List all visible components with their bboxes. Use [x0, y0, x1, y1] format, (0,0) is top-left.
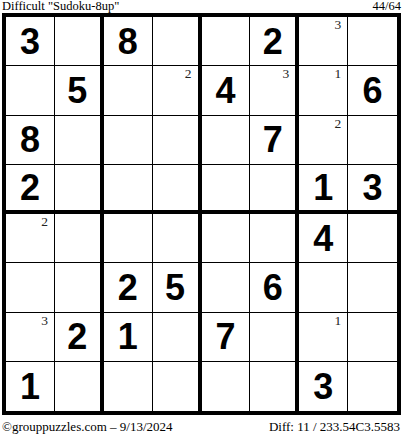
cell-r3c2[interactable] [55, 116, 104, 165]
given-digit: 3 [6, 17, 54, 65]
cell-r8c3[interactable] [104, 362, 153, 411]
given-digit: 6 [348, 66, 397, 114]
cell-r2c6[interactable]: 3 [250, 66, 299, 115]
cell-r4c6[interactable] [250, 165, 299, 214]
cell-r3c4[interactable] [153, 116, 202, 165]
given-digit: 2 [55, 313, 100, 361]
cell-r8c1[interactable]: 1 [6, 362, 55, 411]
puzzle-title: Difficult "Sudoku-8up" [2, 0, 119, 12]
cell-r3c5[interactable] [202, 116, 251, 165]
given-digit: 4 [299, 214, 347, 262]
pencil-mark: 3 [334, 18, 341, 32]
cell-r1c3[interactable]: 8 [104, 17, 153, 66]
given-digit: 2 [250, 17, 295, 65]
cell-r6c3[interactable]: 2 [104, 263, 153, 312]
given-digit: 6 [250, 263, 295, 311]
given-digit: 8 [104, 17, 152, 65]
cell-r3c7[interactable]: 2 [299, 116, 348, 165]
cell-r6c4[interactable]: 5 [153, 263, 202, 312]
cell-r8c5[interactable] [202, 362, 251, 411]
cell-r2c2[interactable]: 5 [55, 66, 104, 115]
cell-r3c1[interactable]: 8 [6, 116, 55, 165]
cell-r5c1[interactable]: 2 [6, 214, 55, 263]
cell-r7c5[interactable]: 7 [202, 313, 251, 362]
cell-r4c4[interactable] [153, 165, 202, 214]
cell-r2c5[interactable]: 4 [202, 66, 251, 115]
cell-r8c4[interactable] [153, 362, 202, 411]
pencil-mark: 3 [41, 314, 48, 328]
cell-r7c2[interactable]: 2 [55, 313, 104, 362]
given-digit: 2 [6, 165, 54, 210]
cell-r6c7[interactable] [299, 263, 348, 312]
given-digit: 3 [348, 165, 397, 210]
given-digit: 1 [104, 313, 152, 361]
given-digit: 4 [202, 66, 250, 114]
given-digit: 1 [6, 362, 54, 411]
cell-r6c8[interactable] [348, 263, 397, 312]
cell-r4c7[interactable]: 1 [299, 165, 348, 214]
cell-r2c4[interactable]: 2 [153, 66, 202, 115]
cell-r8c2[interactable] [55, 362, 104, 411]
cell-r7c7[interactable]: 1 [299, 313, 348, 362]
given-digit: 3 [299, 362, 347, 411]
cell-r1c6[interactable]: 2 [250, 17, 299, 66]
page-counter: 44/64 [373, 0, 401, 12]
cell-r3c8[interactable] [348, 116, 397, 165]
cell-r4c3[interactable] [104, 165, 153, 214]
cell-r7c4[interactable] [153, 313, 202, 362]
given-digit: 1 [299, 165, 347, 210]
cell-r6c2[interactable] [55, 263, 104, 312]
page-footer: ©grouppuzzles.com – 9/13/2024 Diff: 11 /… [0, 415, 403, 437]
cell-r4c5[interactable] [202, 165, 251, 214]
cell-r2c3[interactable] [104, 66, 153, 115]
pencil-mark: 1 [334, 314, 341, 328]
sudoku-board: 3823524316872213242563217113 [2, 13, 401, 415]
cell-r7c3[interactable]: 1 [104, 313, 153, 362]
cell-r7c8[interactable] [348, 313, 397, 362]
cell-r6c1[interactable] [6, 263, 55, 312]
page-header: Difficult "Sudoku-8up" 44/64 [0, 0, 403, 13]
cell-r5c6[interactable] [250, 214, 299, 263]
pencil-mark: 2 [185, 67, 192, 81]
cell-r6c5[interactable] [202, 263, 251, 312]
copyright-credit: ©grouppuzzles.com – 9/13/2024 [2, 420, 173, 434]
given-digit: 7 [202, 313, 250, 361]
cell-r7c6[interactable] [250, 313, 299, 362]
pencil-mark: 3 [283, 67, 290, 81]
cell-r5c2[interactable] [55, 214, 104, 263]
cell-r7c1[interactable]: 3 [6, 313, 55, 362]
cell-r1c7[interactable]: 3 [299, 17, 348, 66]
cell-r1c8[interactable] [348, 17, 397, 66]
cell-r1c2[interactable] [55, 17, 104, 66]
pencil-mark: 2 [334, 117, 341, 131]
difficulty-rating: Diff: 11 / 233.54C3.5583 [269, 420, 400, 434]
given-digit: 7 [250, 116, 295, 164]
cell-r8c8[interactable] [348, 362, 397, 411]
cell-r6c6[interactable]: 6 [250, 263, 299, 312]
cell-r5c8[interactable] [348, 214, 397, 263]
cell-r5c7[interactable]: 4 [299, 214, 348, 263]
cell-r1c4[interactable] [153, 17, 202, 66]
cell-r5c3[interactable] [104, 214, 153, 263]
cell-r1c1[interactable]: 3 [6, 17, 55, 66]
pencil-mark: 2 [41, 215, 48, 229]
cell-r4c1[interactable]: 2 [6, 165, 55, 214]
cell-r1c5[interactable] [202, 17, 251, 66]
cell-r3c3[interactable] [104, 116, 153, 165]
cell-r5c4[interactable] [153, 214, 202, 263]
cell-r8c7[interactable]: 3 [299, 362, 348, 411]
given-digit: 5 [55, 66, 100, 114]
pencil-mark: 1 [334, 67, 341, 81]
cell-r2c7[interactable]: 1 [299, 66, 348, 115]
cell-r2c8[interactable]: 6 [348, 66, 397, 115]
cell-r3c6[interactable]: 7 [250, 116, 299, 165]
cell-r5c5[interactable] [202, 214, 251, 263]
given-digit: 5 [153, 263, 198, 311]
cell-r4c8[interactable]: 3 [348, 165, 397, 214]
given-digit: 8 [6, 116, 54, 164]
given-digit: 2 [104, 263, 152, 311]
cell-r2c1[interactable] [6, 66, 55, 115]
cell-r8c6[interactable] [250, 362, 299, 411]
cell-r4c2[interactable] [55, 165, 104, 214]
